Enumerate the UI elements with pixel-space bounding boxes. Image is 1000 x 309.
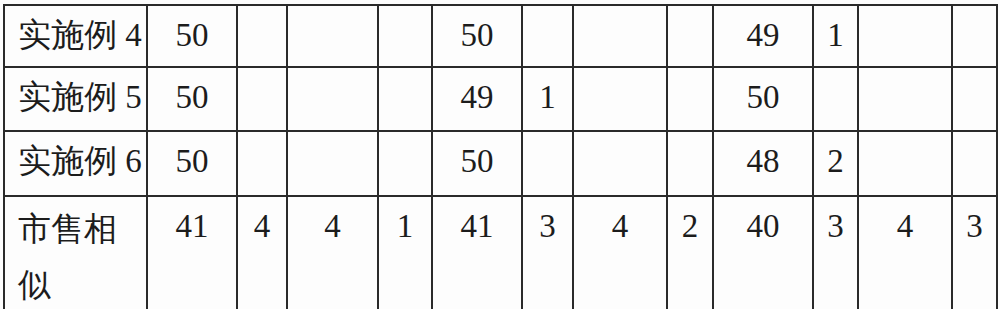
table-row-example-4: 实施例 4 50 50 49 1 <box>4 5 997 67</box>
table-cell <box>667 5 713 67</box>
table-cell <box>378 5 432 67</box>
table-cell: 50 <box>432 5 522 67</box>
table-cell <box>522 5 573 67</box>
table-cell <box>858 67 952 131</box>
table-cell: 49 <box>432 67 522 131</box>
table-cell <box>813 67 858 131</box>
table-cell <box>573 5 667 67</box>
table-cell: 2 <box>813 131 858 196</box>
table-cell: 4 <box>858 196 952 309</box>
table-cell: 40 <box>713 196 813 309</box>
table-cell: 2 <box>667 196 713 309</box>
table-row-example-5: 实施例 5 50 49 1 50 <box>4 67 997 131</box>
table-cell <box>287 5 378 67</box>
table-cell <box>287 131 378 196</box>
table-cell <box>952 67 997 131</box>
table-cell: 1 <box>522 67 573 131</box>
table-cell: 50 <box>147 131 237 196</box>
table-cell <box>952 5 997 67</box>
table-cell <box>573 67 667 131</box>
table-cell: 48 <box>713 131 813 196</box>
document-page: 实施例 4 50 50 49 1 实施例 5 50 49 <box>0 0 1000 309</box>
table-cell <box>237 67 287 131</box>
table-cell: 1 <box>813 5 858 67</box>
table-cell <box>237 5 287 67</box>
table-cell <box>858 131 952 196</box>
table-cell: 3 <box>522 196 573 309</box>
results-table: 实施例 4 50 50 49 1 实施例 5 50 49 <box>3 4 998 309</box>
table-cell: 4 <box>573 196 667 309</box>
table-cell: 3 <box>813 196 858 309</box>
table-cell: 50 <box>147 67 237 131</box>
table-cell: 49 <box>713 5 813 67</box>
table-cell: 1 <box>378 196 432 309</box>
table-cell: 41 <box>432 196 522 309</box>
row-label: 市售相似 卸妆乳 <box>4 196 147 309</box>
table-cell <box>573 131 667 196</box>
table-cell: 3 <box>952 196 997 309</box>
table-cell <box>522 131 573 196</box>
row-label: 实施例 4 <box>4 5 147 67</box>
table-row-commercial-product: 市售相似 卸妆乳 41 4 4 1 41 3 4 2 40 3 4 3 <box>4 196 997 309</box>
table-cell <box>378 67 432 131</box>
row-label: 实施例 5 <box>4 67 147 131</box>
table-cell <box>667 131 713 196</box>
table-cell: 50 <box>147 5 237 67</box>
table-cell: 50 <box>432 131 522 196</box>
table-cell <box>237 131 287 196</box>
table-cell: 50 <box>713 67 813 131</box>
table-cell <box>952 131 997 196</box>
table-cell <box>858 5 952 67</box>
table-cell: 4 <box>237 196 287 309</box>
table-cell <box>378 131 432 196</box>
table-cell: 41 <box>147 196 237 309</box>
table-cell <box>667 67 713 131</box>
table-cell <box>287 67 378 131</box>
table-row-example-6: 实施例 6 50 50 48 2 <box>4 131 997 196</box>
row-label: 实施例 6 <box>4 131 147 196</box>
table-cell: 4 <box>287 196 378 309</box>
